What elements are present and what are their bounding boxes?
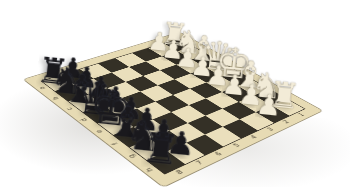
chess-set-photo: abcdefgh12345678♜♞♝♛♚♝♞♜♟♟♟♟♟♟♟♟♟♟♟♟♟♟♟♟… xyxy=(0,0,350,187)
rank-label: 7 xyxy=(195,160,205,166)
chess-board: abcdefgh12345678♜♞♝♛♚♝♞♜♟♟♟♟♟♟♟♟♟♟♟♟♟♟♟♟… xyxy=(22,32,323,187)
rank-label: 4 xyxy=(250,135,259,140)
rank-label: 8 xyxy=(175,169,185,175)
scene: abcdefgh12345678♜♞♝♛♚♝♞♜♟♟♟♟♟♟♟♟♟♟♟♟♟♟♟♟… xyxy=(0,0,350,187)
file-label: c xyxy=(65,106,74,110)
file-label: a xyxy=(38,86,47,90)
rank-label: 6 xyxy=(214,151,224,157)
rank-label: 3 xyxy=(266,127,275,132)
rank-label: 2 xyxy=(282,120,291,125)
file-label: g xyxy=(127,153,137,159)
black-rook-glyph: ♜ xyxy=(141,126,182,171)
file-label: f xyxy=(111,141,119,145)
rank-label: 1 xyxy=(297,113,306,118)
file-label: b xyxy=(51,96,60,100)
rank-label: 5 xyxy=(232,143,242,149)
file-label: h xyxy=(145,167,155,173)
file-label: e xyxy=(95,129,105,134)
